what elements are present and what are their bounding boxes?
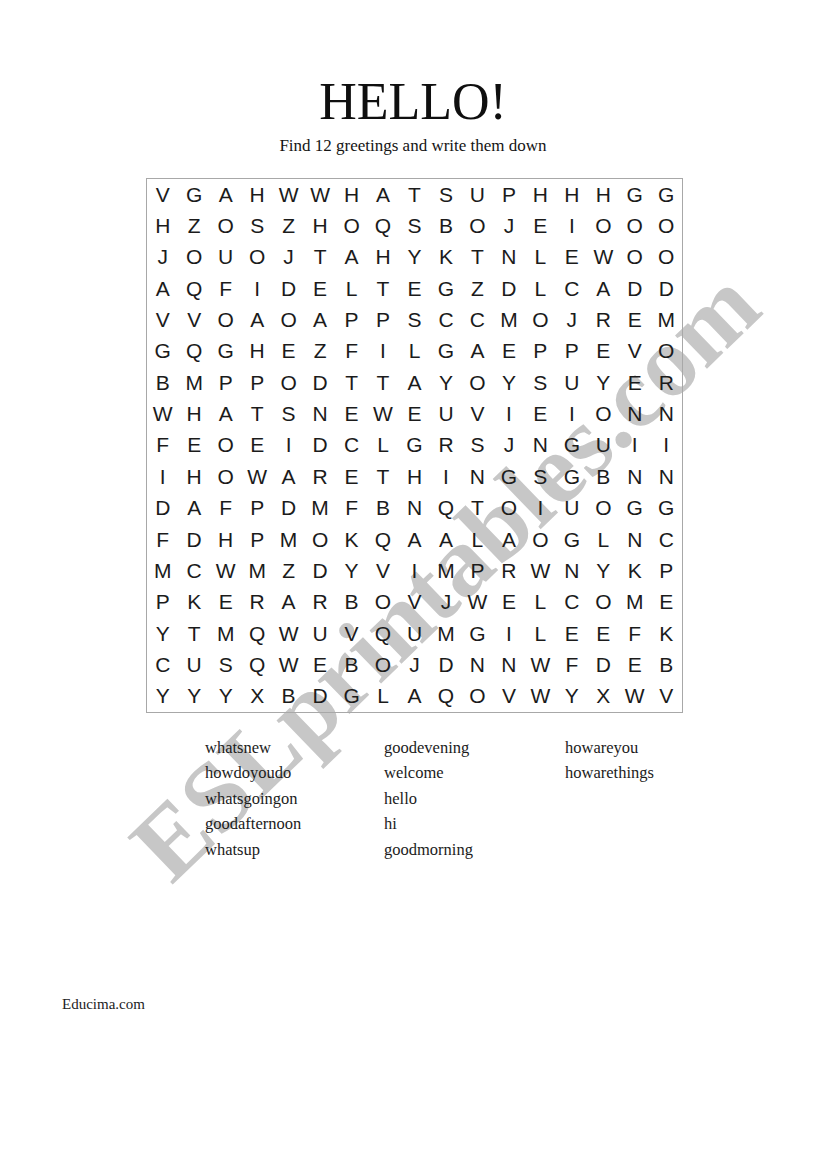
- grid-cell: W: [525, 649, 556, 680]
- grid-cell: B: [147, 367, 178, 398]
- grid-cell: Z: [273, 210, 304, 241]
- grid-cell: I: [367, 336, 398, 367]
- grid-cell: H: [556, 179, 587, 210]
- grid-cell: W: [619, 681, 650, 712]
- grid-cell: O: [619, 242, 650, 273]
- grid-cell: F: [619, 618, 650, 649]
- word-list-item: hi: [384, 811, 473, 836]
- grid-cell: P: [147, 587, 178, 618]
- grid-cell: O: [273, 367, 304, 398]
- grid-cell: O: [367, 587, 398, 618]
- grid-cell: C: [430, 304, 461, 335]
- grid-cell: G: [556, 524, 587, 555]
- grid-cell: F: [210, 493, 241, 524]
- grid-cell: W: [147, 398, 178, 429]
- grid-cell: E: [304, 273, 335, 304]
- word-list-column: howareyouhowarethings: [565, 735, 654, 786]
- grid-cell: O: [493, 493, 524, 524]
- grid-cell: T: [399, 179, 430, 210]
- grid-cell: O: [367, 649, 398, 680]
- grid-cell: M: [273, 524, 304, 555]
- grid-cell: H: [367, 242, 398, 273]
- grid-cell: Z: [273, 555, 304, 586]
- grid-cell: D: [273, 493, 304, 524]
- grid-cell: O: [525, 524, 556, 555]
- grid-cell: M: [493, 304, 524, 335]
- grid-cell: Q: [241, 618, 272, 649]
- grid-cell: D: [493, 273, 524, 304]
- grid-cell: B: [367, 493, 398, 524]
- grid-cell: U: [178, 649, 209, 680]
- grid-cell: L: [588, 524, 619, 555]
- grid-cell: N: [304, 398, 335, 429]
- grid-cell: B: [651, 649, 682, 680]
- grid-cell: O: [273, 304, 304, 335]
- grid-cell: P: [525, 336, 556, 367]
- grid-cell: E: [304, 649, 335, 680]
- grid-cell: O: [210, 461, 241, 492]
- grid-cell: O: [619, 210, 650, 241]
- word-list-item: goodmorning: [384, 837, 473, 862]
- grid-cell: V: [147, 179, 178, 210]
- grid-cell: X: [588, 681, 619, 712]
- page-title: HELLO!: [0, 72, 826, 132]
- grid-cell: G: [493, 461, 524, 492]
- grid-cell: Q: [430, 681, 461, 712]
- grid-cell: S: [525, 461, 556, 492]
- grid-cell: V: [178, 304, 209, 335]
- grid-cell: G: [462, 618, 493, 649]
- grid-cell: N: [619, 524, 650, 555]
- grid-cell: Q: [430, 493, 461, 524]
- grid-cell: D: [430, 649, 461, 680]
- grid-cell: G: [556, 430, 587, 461]
- grid-cell: O: [210, 430, 241, 461]
- grid-cell: T: [462, 493, 493, 524]
- grid-cell: S: [210, 649, 241, 680]
- grid-cell: A: [430, 524, 461, 555]
- grid-cell: N: [651, 398, 682, 429]
- footer-credit: Educima.com: [62, 996, 145, 1013]
- grid-cell: G: [147, 336, 178, 367]
- grid-cell: J: [493, 210, 524, 241]
- grid-cell: P: [241, 524, 272, 555]
- grid-cell: O: [336, 210, 367, 241]
- grid-cell: G: [336, 681, 367, 712]
- grid-cell: F: [210, 273, 241, 304]
- grid-cell: U: [556, 367, 587, 398]
- word-list-item: hello: [384, 786, 473, 811]
- grid-cell: F: [336, 493, 367, 524]
- grid-cell: D: [304, 555, 335, 586]
- grid-cell: S: [525, 367, 556, 398]
- grid-cell: W: [367, 398, 398, 429]
- grid-cell: K: [651, 618, 682, 649]
- grid-cell: E: [525, 210, 556, 241]
- grid-cell: G: [430, 336, 461, 367]
- grid-cell: I: [241, 273, 272, 304]
- grid-cell: O: [525, 304, 556, 335]
- grid-cell: L: [525, 242, 556, 273]
- grid-cell: H: [147, 210, 178, 241]
- grid-cell: W: [210, 555, 241, 586]
- grid-cell: S: [430, 179, 461, 210]
- grid-cell: W: [462, 587, 493, 618]
- grid-cell: L: [336, 273, 367, 304]
- grid-cell: D: [304, 430, 335, 461]
- grid-cell: B: [273, 681, 304, 712]
- grid-cell: P: [241, 367, 272, 398]
- grid-cell: B: [336, 587, 367, 618]
- grid-cell: P: [556, 336, 587, 367]
- grid-cell: N: [399, 493, 430, 524]
- grid-cell: F: [336, 336, 367, 367]
- grid-cell: I: [273, 430, 304, 461]
- grid-cell: E: [399, 273, 430, 304]
- grid-cell: K: [430, 242, 461, 273]
- grid-cell: C: [178, 555, 209, 586]
- grid-cell: L: [399, 336, 430, 367]
- grid-cell: P: [336, 304, 367, 335]
- grid-cell: B: [430, 210, 461, 241]
- grid-cell: J: [147, 242, 178, 273]
- grid-cell: Z: [462, 273, 493, 304]
- grid-cell: R: [588, 304, 619, 335]
- grid-cell: L: [462, 524, 493, 555]
- grid-cell: H: [178, 398, 209, 429]
- grid-cell: Y: [588, 367, 619, 398]
- grid-cell: F: [556, 649, 587, 680]
- grid-cell: U: [210, 242, 241, 273]
- grid-cell: A: [147, 273, 178, 304]
- grid-cell: C: [147, 649, 178, 680]
- grid-cell: E: [399, 398, 430, 429]
- grid-cell: S: [399, 210, 430, 241]
- grid-cell: A: [399, 367, 430, 398]
- grid-cell: E: [210, 587, 241, 618]
- grid-cell: I: [556, 210, 587, 241]
- grid-cell: Z: [178, 210, 209, 241]
- grid-cell: D: [619, 273, 650, 304]
- grid-cell: Y: [336, 555, 367, 586]
- grid-cell: Q: [178, 336, 209, 367]
- grid-cell: W: [304, 179, 335, 210]
- grid-cell: V: [147, 304, 178, 335]
- grid-cell: K: [178, 587, 209, 618]
- grid-cell: H: [210, 524, 241, 555]
- grid-cell: M: [241, 555, 272, 586]
- grid-cell: L: [367, 430, 398, 461]
- grid-cell: S: [399, 304, 430, 335]
- grid-cell: P: [241, 493, 272, 524]
- grid-cell: O: [241, 242, 272, 273]
- grid-cell: W: [525, 555, 556, 586]
- grid-cell: M: [619, 587, 650, 618]
- grid-cell: W: [273, 618, 304, 649]
- grid-cell: O: [462, 210, 493, 241]
- grid-cell: H: [241, 179, 272, 210]
- grid-cell: Q: [367, 210, 398, 241]
- word-list-item: howarethings: [565, 760, 654, 785]
- grid-cell: G: [556, 461, 587, 492]
- grid-cell: B: [336, 649, 367, 680]
- grid-cell: Y: [430, 367, 461, 398]
- word-list-item: whatsnew: [205, 735, 301, 760]
- grid-cell: O: [588, 210, 619, 241]
- grid-cell: I: [399, 555, 430, 586]
- grid-cell: G: [619, 493, 650, 524]
- word-list-column: goodeveningwelcomehellohigoodmorning: [384, 735, 473, 862]
- word-list: whatsnewhowdoyoudowhatsgoingongoodaftern…: [0, 735, 826, 875]
- grid-cell: S: [241, 210, 272, 241]
- grid-cell: J: [493, 430, 524, 461]
- grid-cell: V: [399, 587, 430, 618]
- grid-cell: R: [304, 587, 335, 618]
- grid-cell: H: [241, 336, 272, 367]
- grid-cell: I: [619, 430, 650, 461]
- grid-cell: U: [430, 398, 461, 429]
- grid-cell: A: [304, 304, 335, 335]
- grid-cell: T: [304, 242, 335, 273]
- grid-cell: R: [430, 430, 461, 461]
- grid-cell: E: [619, 649, 650, 680]
- grid-cell: J: [273, 242, 304, 273]
- grid-cell: X: [241, 681, 272, 712]
- grid-cell: E: [336, 398, 367, 429]
- word-list-item: howareyou: [565, 735, 654, 760]
- grid-cell: F: [147, 524, 178, 555]
- grid-cell: Y: [147, 681, 178, 712]
- grid-cell: Q: [241, 649, 272, 680]
- grid-cell: I: [556, 398, 587, 429]
- grid-cell: M: [430, 555, 461, 586]
- grid-cell: O: [651, 336, 682, 367]
- grid-cell: W: [273, 649, 304, 680]
- grid-cell: M: [147, 555, 178, 586]
- grid-cell: O: [462, 367, 493, 398]
- grid-cell: Q: [367, 618, 398, 649]
- grid-cell: S: [273, 398, 304, 429]
- word-list-item: whatsup: [205, 837, 301, 862]
- grid-cell: M: [178, 367, 209, 398]
- grid-cell: A: [210, 179, 241, 210]
- grid-cell: E: [651, 587, 682, 618]
- grid-cell: T: [367, 273, 398, 304]
- grid-cell: I: [525, 493, 556, 524]
- grid-cell: D: [178, 524, 209, 555]
- grid-cell: G: [619, 179, 650, 210]
- grid-cell: O: [462, 681, 493, 712]
- grid-cell: J: [399, 649, 430, 680]
- grid-cell: Y: [588, 555, 619, 586]
- grid-cell: R: [651, 367, 682, 398]
- grid-cell: D: [588, 649, 619, 680]
- grid-cell: A: [273, 587, 304, 618]
- grid-cell: N: [462, 649, 493, 680]
- grid-cell: E: [336, 461, 367, 492]
- grid-cell: G: [430, 273, 461, 304]
- grid-cell: E: [619, 367, 650, 398]
- grid-cell: N: [619, 398, 650, 429]
- grid-cell: N: [493, 242, 524, 273]
- grid-cell: W: [588, 242, 619, 273]
- grid-cell: H: [588, 179, 619, 210]
- word-search-grid: VGAHWWHATSUPHHHGGHZOSZHOQSBOJEIOOOJOUOJT…: [146, 178, 683, 713]
- grid-cell: H: [399, 461, 430, 492]
- grid-cell: E: [588, 618, 619, 649]
- grid-cell: P: [367, 304, 398, 335]
- grid-cell: M: [304, 493, 335, 524]
- grid-cell: T: [178, 618, 209, 649]
- grid-cell: Y: [493, 367, 524, 398]
- grid-cell: L: [525, 618, 556, 649]
- grid-cell: G: [210, 336, 241, 367]
- grid-cell: R: [241, 587, 272, 618]
- grid-cell: R: [493, 555, 524, 586]
- grid-cell: J: [430, 587, 461, 618]
- grid-cell: P: [651, 555, 682, 586]
- grid-cell: S: [462, 430, 493, 461]
- grid-cell: A: [241, 304, 272, 335]
- grid-cell: O: [588, 493, 619, 524]
- grid-cell: V: [367, 555, 398, 586]
- grid-cell: I: [430, 461, 461, 492]
- grid-cell: A: [588, 273, 619, 304]
- grid-cell: T: [336, 367, 367, 398]
- grid-cell: K: [619, 555, 650, 586]
- grid-cell: D: [304, 681, 335, 712]
- grid-cell: N: [462, 461, 493, 492]
- grid-cell: A: [178, 493, 209, 524]
- grid-cell: N: [556, 555, 587, 586]
- grid-cell: Y: [556, 681, 587, 712]
- grid-cell: N: [493, 649, 524, 680]
- grid-cell: V: [462, 398, 493, 429]
- grid-cell: V: [651, 681, 682, 712]
- grid-cell: Q: [178, 273, 209, 304]
- grid-cell: O: [651, 210, 682, 241]
- grid-cell: K: [336, 524, 367, 555]
- grid-cell: H: [336, 179, 367, 210]
- grid-cell: O: [178, 242, 209, 273]
- grid-cell: I: [493, 618, 524, 649]
- grid-cell: L: [525, 273, 556, 304]
- word-list-item: howdoyoudo: [205, 760, 301, 785]
- grid-cell: W: [241, 461, 272, 492]
- grid-cell: O: [651, 242, 682, 273]
- grid-cell: M: [210, 618, 241, 649]
- grid-cell: Z: [304, 336, 335, 367]
- grid-cell: E: [273, 336, 304, 367]
- grid-cell: E: [493, 587, 524, 618]
- grid-cell: C: [556, 273, 587, 304]
- grid-cell: T: [462, 242, 493, 273]
- worksheet-page: ESLprintables.com HELLO! Find 12 greetin…: [0, 0, 826, 1169]
- grid-cell: A: [367, 179, 398, 210]
- grid-cell: H: [178, 461, 209, 492]
- word-list-column: whatsnewhowdoyoudowhatsgoingongoodaftern…: [205, 735, 301, 862]
- grid-cell: E: [178, 430, 209, 461]
- grid-cell: Q: [367, 524, 398, 555]
- grid-cell: C: [651, 524, 682, 555]
- grid-cell: F: [147, 430, 178, 461]
- grid-cell: B: [588, 461, 619, 492]
- grid-cell: I: [651, 430, 682, 461]
- grid-cell: H: [525, 179, 556, 210]
- grid-cell: C: [462, 304, 493, 335]
- grid-cell: N: [651, 461, 682, 492]
- grid-cell: M: [651, 304, 682, 335]
- grid-cell: W: [525, 681, 556, 712]
- grid-cell: V: [336, 618, 367, 649]
- word-list-item: whatsgoingon: [205, 786, 301, 811]
- grid-cell: A: [210, 398, 241, 429]
- grid-cell: H: [304, 210, 335, 241]
- grid-cell: A: [399, 681, 430, 712]
- grid-cell: G: [651, 179, 682, 210]
- grid-cell: A: [462, 336, 493, 367]
- grid-cell: T: [367, 367, 398, 398]
- grid-cell: V: [619, 336, 650, 367]
- grid-cell: U: [556, 493, 587, 524]
- grid-cell: O: [210, 304, 241, 335]
- grid-cell: G: [178, 179, 209, 210]
- grid-cell: P: [210, 367, 241, 398]
- grid-cell: L: [367, 681, 398, 712]
- grid-cell: O: [588, 587, 619, 618]
- grid-cell: Y: [399, 242, 430, 273]
- grid-cell: A: [399, 524, 430, 555]
- grid-cell: O: [304, 524, 335, 555]
- grid-cell: G: [651, 493, 682, 524]
- grid-cell: A: [336, 242, 367, 273]
- grid-cell: N: [619, 461, 650, 492]
- grid-cell: C: [556, 587, 587, 618]
- grid-cell: R: [304, 461, 335, 492]
- grid-cell: E: [619, 304, 650, 335]
- grid-cell: T: [367, 461, 398, 492]
- grid-cell: J: [556, 304, 587, 335]
- grid-cell: M: [430, 618, 461, 649]
- grid-cell: L: [525, 587, 556, 618]
- grid-cell: U: [462, 179, 493, 210]
- grid-cell: O: [210, 210, 241, 241]
- grid-cell: U: [399, 618, 430, 649]
- grid-cell: N: [525, 430, 556, 461]
- grid-cell: A: [273, 461, 304, 492]
- grid-cell: P: [493, 179, 524, 210]
- grid-cell: V: [493, 681, 524, 712]
- grid-cell: T: [241, 398, 272, 429]
- word-list-item: goodevening: [384, 735, 473, 760]
- grid-cell: P: [462, 555, 493, 586]
- grid-cell: E: [241, 430, 272, 461]
- grid-cell: Y: [147, 618, 178, 649]
- grid-cell: O: [588, 398, 619, 429]
- grid-cell: E: [525, 398, 556, 429]
- grid-cell: E: [556, 242, 587, 273]
- grid-cell: D: [147, 493, 178, 524]
- word-list-item: goodafternoon: [205, 811, 301, 836]
- grid-cell: D: [273, 273, 304, 304]
- grid-cell: A: [493, 524, 524, 555]
- grid-cell: G: [399, 430, 430, 461]
- grid-cell: I: [147, 461, 178, 492]
- grid-cell: E: [556, 618, 587, 649]
- grid-cell: U: [304, 618, 335, 649]
- grid-cell: C: [336, 430, 367, 461]
- grid-cell: D: [651, 273, 682, 304]
